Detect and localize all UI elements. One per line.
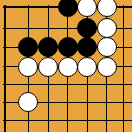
- black-stone: [58, 37, 78, 57]
- grid-line-vertical: [123, 5, 124, 132]
- black-stone: [38, 37, 58, 57]
- white-stone: [97, 57, 117, 77]
- white-stone: [97, 37, 117, 57]
- white-stone: [77, 0, 97, 17]
- black-stone: [58, 0, 78, 17]
- go-board[interactable]: [0, 0, 132, 132]
- grid-line-horizontal: [3, 84, 132, 85]
- board-edge-left: [4, 5, 6, 132]
- white-stone: [97, 18, 117, 38]
- white-stone: [18, 92, 38, 112]
- black-stone: [77, 37, 97, 57]
- white-stone: [38, 57, 58, 77]
- white-stone: [58, 57, 78, 77]
- black-stone: [77, 18, 97, 38]
- white-stone: [77, 57, 97, 77]
- grid-line-horizontal: [3, 120, 132, 121]
- white-stone: [97, 0, 117, 17]
- white-stone: [18, 57, 38, 77]
- black-stone: [18, 37, 38, 57]
